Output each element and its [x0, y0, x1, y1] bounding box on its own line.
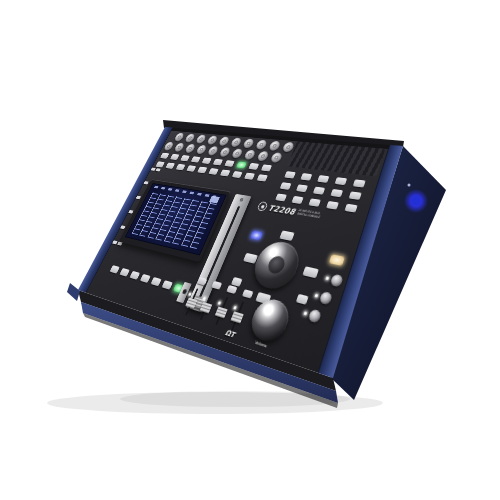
fader-led — [203, 297, 206, 301]
fader-cap — [230, 311, 243, 323]
channel-gain-knob — [270, 152, 283, 163]
aux-level-knob — [330, 274, 344, 288]
channel-select-button — [180, 155, 190, 161]
channel-mute-button — [208, 168, 218, 175]
bottom-left-buttons — [110, 265, 185, 293]
channel-fader — [227, 300, 248, 331]
aux-button — [291, 196, 303, 204]
fader-led — [233, 306, 237, 310]
channel-mute-button — [176, 164, 186, 170]
channel-select-button — [170, 154, 180, 160]
channel-select-button — [213, 159, 223, 166]
scene-button — [162, 280, 173, 289]
scene-button — [119, 268, 129, 277]
aux-knob-row — [302, 307, 332, 326]
channel-select-button — [261, 164, 272, 171]
screw — [239, 198, 243, 202]
blue-lit-button — [250, 230, 263, 240]
channel-mute-button — [257, 174, 268, 181]
aux-button — [335, 177, 348, 185]
fader-button — [211, 281, 222, 290]
channel-select-button — [236, 162, 247, 169]
channel-gain-knob — [268, 141, 281, 151]
knob-led — [325, 276, 329, 280]
volume-knob — [246, 296, 294, 346]
channel-select-button — [224, 160, 234, 167]
channel-select-button — [202, 158, 212, 164]
channel-gain-knob — [243, 150, 256, 160]
aux-button — [284, 171, 296, 178]
aux-button — [349, 191, 362, 200]
channel-select-button — [160, 153, 169, 159]
scene-button — [140, 274, 151, 283]
fader-cap — [200, 302, 213, 313]
fader-cap — [215, 307, 228, 319]
aux-level-knob — [308, 309, 322, 324]
fader-led — [188, 293, 191, 296]
channel-gain-knob — [195, 145, 207, 155]
product-photo: T2208 20 INPUTS 8 BUS DIGITAL CONSOLE — [0, 0, 500, 500]
channel-mute-button — [165, 163, 175, 169]
knob-led — [303, 311, 307, 315]
brand-mark: ΩT — [224, 329, 236, 340]
channel-gain-knob — [207, 146, 219, 156]
aux-button — [344, 204, 357, 213]
channel-gain-knob — [255, 140, 268, 150]
aux-knob-row — [324, 272, 344, 287]
channel-gain-knob — [206, 135, 218, 144]
nav-up-button — [279, 230, 294, 240]
model-label: T2208 — [267, 203, 297, 216]
screen-channel-meters — [132, 192, 217, 249]
channel-mute-button — [197, 167, 207, 174]
aux-button — [326, 201, 339, 210]
amber-lit-button — [329, 254, 345, 266]
channel-gain-knob — [195, 134, 207, 143]
scene-button — [110, 265, 120, 274]
channel-mute-button — [244, 173, 255, 180]
channel-gain-knob — [184, 134, 196, 143]
aux-button — [313, 187, 325, 195]
aux-button — [330, 189, 343, 197]
channel-mute-button — [186, 165, 196, 172]
aux-level-knob — [319, 291, 333, 305]
aux-button — [353, 179, 366, 187]
fader-led — [218, 301, 221, 305]
knob-led — [315, 294, 319, 298]
aux-button — [317, 175, 329, 183]
channel-select-button — [191, 156, 201, 162]
vent-grille — [287, 141, 385, 176]
aux-button — [300, 173, 312, 181]
channel-mute-button — [232, 171, 243, 178]
aux-button — [280, 182, 292, 190]
scene-button — [129, 271, 140, 280]
aux-knob-row — [313, 290, 338, 307]
channel-gain-knob — [219, 147, 232, 157]
side-screw — [408, 184, 411, 187]
scene-button — [151, 277, 162, 286]
channel-gain-knob — [218, 136, 230, 146]
power-led — [411, 196, 421, 206]
channel-gain-knob — [256, 151, 269, 162]
channel-gain-knob — [184, 144, 196, 153]
channel-gain-knob — [230, 137, 243, 147]
fader-cap — [185, 298, 197, 309]
fader-button — [242, 289, 254, 298]
fader-button — [226, 285, 237, 294]
aux-button — [296, 184, 308, 192]
aux-button — [308, 198, 320, 206]
aux-button — [275, 193, 287, 201]
channel-select-button — [248, 163, 259, 170]
edge-button-pair — [151, 168, 161, 172]
model-tagline: 20 INPUTS 8 BUS DIGITAL CONSOLE — [297, 209, 322, 219]
channel-gain-knob — [231, 148, 244, 158]
channel-gain-knob — [173, 143, 185, 152]
channel-gain-knob — [173, 133, 185, 142]
channel-gain-knob — [242, 139, 255, 149]
jog-wheel — [248, 239, 305, 294]
channel-mute-button — [220, 170, 231, 177]
left-rail-endcap — [67, 283, 80, 301]
channel-mute-button — [155, 161, 164, 167]
